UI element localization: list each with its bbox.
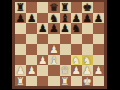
square-d1[interactable] <box>48 76 59 87</box>
square-h4[interactable] <box>93 44 104 55</box>
piece-black-pawn: ♟ <box>27 13 36 23</box>
square-e4[interactable] <box>60 44 71 55</box>
piece-black-pawn: ♟ <box>16 13 25 23</box>
square-c2[interactable] <box>37 65 48 76</box>
square-a1[interactable]: ♜ <box>15 76 26 87</box>
square-g2[interactable]: ♟ <box>82 65 93 76</box>
piece-black-pawn: ♟ <box>94 13 103 23</box>
square-b2[interactable]: ♟ <box>26 65 37 76</box>
square-e1[interactable]: ♜ <box>60 76 71 87</box>
square-a2[interactable]: ♟ <box>15 65 26 76</box>
square-d6[interactable]: ♟ <box>48 23 59 34</box>
square-b3[interactable] <box>26 55 37 66</box>
piece-white-rook: ♜ <box>60 76 69 86</box>
piece-white-king: ♚ <box>83 76 92 86</box>
square-f3[interactable]: ♞ <box>71 55 82 66</box>
square-c5[interactable] <box>37 34 48 45</box>
square-c8[interactable] <box>37 2 48 13</box>
square-f2[interactable]: ♟ <box>71 65 82 76</box>
piece-white-pawn: ♟ <box>49 44 58 54</box>
piece-white-knight: ♞ <box>83 55 92 65</box>
piece-white-rook: ♜ <box>16 76 25 86</box>
square-f6[interactable]: ♞ <box>71 23 82 34</box>
piece-white-bishop: ♝ <box>49 55 58 65</box>
piece-white-pawn: ♟ <box>27 65 36 75</box>
piece-white-pawn: ♟ <box>16 65 25 75</box>
square-d3[interactable]: ♝ <box>48 55 59 66</box>
square-b8[interactable] <box>26 2 37 13</box>
letterbox-right <box>107 0 120 90</box>
piece-black-knight: ♞ <box>71 23 80 33</box>
piece-black-bishop: ♝ <box>60 13 69 23</box>
square-g7[interactable]: ♟ <box>82 13 93 24</box>
piece-white-pawn: ♟ <box>38 55 47 65</box>
piece-black-pawn: ♟ <box>83 13 92 23</box>
piece-black-queen: ♛ <box>49 2 58 12</box>
square-c4[interactable] <box>37 44 48 55</box>
square-a7[interactable]: ♟ <box>15 13 26 24</box>
chess-board: ♜♛♜♚♟♟♞♝♟♟♟♟♟♟♞♟♟♝♞♞♟♟♛♟♟♟♜♜♚ <box>15 2 104 86</box>
square-c3[interactable]: ♟ <box>37 55 48 66</box>
piece-black-knight: ♞ <box>49 13 58 23</box>
square-f8[interactable] <box>71 2 82 13</box>
piece-black-pawn: ♟ <box>71 13 80 23</box>
piece-black-rook: ♜ <box>60 2 69 12</box>
square-g1[interactable]: ♚ <box>82 76 93 87</box>
square-e8[interactable]: ♜ <box>60 2 71 13</box>
square-c7[interactable] <box>37 13 48 24</box>
square-h8[interactable] <box>93 2 104 13</box>
square-h7[interactable]: ♟ <box>93 13 104 24</box>
square-b6[interactable] <box>26 23 37 34</box>
square-h5[interactable] <box>93 34 104 45</box>
square-g4[interactable] <box>82 44 93 55</box>
square-b7[interactable]: ♟ <box>26 13 37 24</box>
square-g3[interactable]: ♞ <box>82 55 93 66</box>
square-a3[interactable] <box>15 55 26 66</box>
piece-black-rook: ♜ <box>16 2 25 12</box>
piece-white-pawn: ♟ <box>83 65 92 75</box>
square-b4[interactable] <box>26 44 37 55</box>
square-a4[interactable] <box>15 44 26 55</box>
square-d7[interactable]: ♞ <box>48 13 59 24</box>
piece-black-king: ♚ <box>83 2 92 12</box>
square-c1[interactable] <box>37 76 48 87</box>
square-d8[interactable]: ♛ <box>48 2 59 13</box>
square-d4[interactable]: ♟ <box>48 44 59 55</box>
piece-white-pawn: ♟ <box>94 65 103 75</box>
square-g6[interactable] <box>82 23 93 34</box>
square-a5[interactable] <box>15 34 26 45</box>
square-a6[interactable] <box>15 23 26 34</box>
piece-white-pawn: ♟ <box>71 65 80 75</box>
piece-white-queen: ♛ <box>60 65 69 75</box>
square-h3[interactable] <box>93 55 104 66</box>
square-e2[interactable]: ♛ <box>60 65 71 76</box>
square-c6[interactable]: ♟ <box>37 23 48 34</box>
square-e5[interactable] <box>60 34 71 45</box>
piece-black-pawn: ♟ <box>49 23 58 33</box>
square-f7[interactable]: ♟ <box>71 13 82 24</box>
square-a8[interactable]: ♜ <box>15 2 26 13</box>
board-frame: ♜♛♜♚♟♟♞♝♟♟♟♟♟♟♞♟♟♝♞♞♟♟♛♟♟♟♜♜♚ <box>12 0 107 89</box>
square-f4[interactable] <box>71 44 82 55</box>
square-h2[interactable]: ♟ <box>93 65 104 76</box>
piece-white-knight: ♞ <box>71 55 80 65</box>
square-h1[interactable] <box>93 76 104 87</box>
square-e3[interactable] <box>60 55 71 66</box>
square-d2[interactable] <box>48 65 59 76</box>
square-e7[interactable]: ♝ <box>60 13 71 24</box>
square-g8[interactable]: ♚ <box>82 2 93 13</box>
square-f5[interactable] <box>71 34 82 45</box>
piece-black-pawn: ♟ <box>38 23 47 33</box>
square-b5[interactable] <box>26 34 37 45</box>
square-g5[interactable] <box>82 34 93 45</box>
square-d5[interactable] <box>48 34 59 45</box>
square-f1[interactable] <box>71 76 82 87</box>
square-b1[interactable] <box>26 76 37 87</box>
square-e6[interactable]: ♟ <box>60 23 71 34</box>
square-h6[interactable] <box>93 23 104 34</box>
letterbox-left <box>0 0 12 90</box>
piece-black-pawn: ♟ <box>60 23 69 33</box>
